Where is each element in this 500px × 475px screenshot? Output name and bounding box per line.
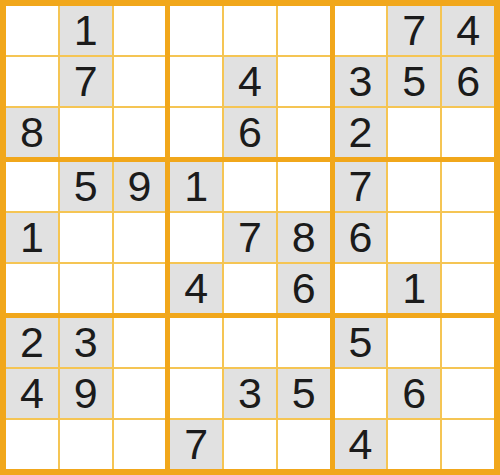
cell-r6c6[interactable]: 6 — [278, 264, 330, 313]
cell-r9c3[interactable] — [114, 420, 166, 469]
cell-r8c8[interactable]: 6 — [388, 369, 440, 418]
cell-r8c3[interactable] — [114, 369, 166, 418]
cell-r9c1[interactable] — [6, 420, 58, 469]
cell-r1c6[interactable] — [278, 6, 330, 55]
cell-r9c8[interactable] — [388, 420, 440, 469]
box-5: 17846 — [170, 162, 329, 313]
cell-r4c6[interactable] — [278, 162, 330, 211]
cell-r6c1[interactable] — [6, 264, 58, 313]
cell-r2c9[interactable]: 6 — [442, 57, 494, 106]
cell-r3c7[interactable]: 2 — [335, 108, 387, 157]
cell-r6c5[interactable] — [224, 264, 276, 313]
cell-r5c8[interactable] — [388, 213, 440, 262]
cell-r1c9[interactable]: 4 — [442, 6, 494, 55]
cell-r5c1[interactable]: 1 — [6, 213, 58, 262]
cell-r8c5[interactable]: 3 — [224, 369, 276, 418]
cell-r7c6[interactable] — [278, 318, 330, 367]
cell-r1c3[interactable] — [114, 6, 166, 55]
cell-r9c5[interactable] — [224, 420, 276, 469]
cell-r6c8[interactable]: 1 — [388, 264, 440, 313]
cell-r4c4[interactable]: 1 — [170, 162, 222, 211]
cell-r3c3[interactable] — [114, 108, 166, 157]
cell-r9c6[interactable] — [278, 420, 330, 469]
cell-r6c2[interactable] — [60, 264, 112, 313]
cell-r2c5[interactable]: 4 — [224, 57, 276, 106]
cell-r6c9[interactable] — [442, 264, 494, 313]
cell-r4c9[interactable] — [442, 162, 494, 211]
cell-r5c9[interactable] — [442, 213, 494, 262]
cell-r1c8[interactable]: 7 — [388, 6, 440, 55]
cell-r8c6[interactable]: 5 — [278, 369, 330, 418]
cell-r4c8[interactable] — [388, 162, 440, 211]
cell-r1c5[interactable] — [224, 6, 276, 55]
cell-r4c3[interactable]: 9 — [114, 162, 166, 211]
cell-r3c5[interactable]: 6 — [224, 108, 276, 157]
cell-r1c2[interactable]: 1 — [60, 6, 112, 55]
cell-r9c7[interactable]: 4 — [335, 420, 387, 469]
box-1: 178 — [6, 6, 165, 157]
cell-r2c4[interactable] — [170, 57, 222, 106]
cell-r8c2[interactable]: 9 — [60, 369, 112, 418]
cell-r9c4[interactable]: 7 — [170, 420, 222, 469]
cell-r5c5[interactable]: 7 — [224, 213, 276, 262]
cell-r6c4[interactable]: 4 — [170, 264, 222, 313]
cell-r7c5[interactable] — [224, 318, 276, 367]
cell-r6c7[interactable] — [335, 264, 387, 313]
box-8: 357 — [170, 318, 329, 469]
cell-r3c8[interactable] — [388, 108, 440, 157]
cell-r8c1[interactable]: 4 — [6, 369, 58, 418]
cell-r8c7[interactable] — [335, 369, 387, 418]
cell-r7c4[interactable] — [170, 318, 222, 367]
cell-r1c7[interactable] — [335, 6, 387, 55]
cell-r7c2[interactable]: 3 — [60, 318, 112, 367]
cell-r5c7[interactable]: 6 — [335, 213, 387, 262]
cell-r3c1[interactable]: 8 — [6, 108, 58, 157]
box-4: 591 — [6, 162, 165, 313]
cell-r3c9[interactable] — [442, 108, 494, 157]
cell-r1c4[interactable] — [170, 6, 222, 55]
box-9: 564 — [335, 318, 494, 469]
box-7: 2349 — [6, 318, 165, 469]
cell-r5c6[interactable]: 8 — [278, 213, 330, 262]
cell-r7c3[interactable] — [114, 318, 166, 367]
cell-r7c7[interactable]: 5 — [335, 318, 387, 367]
cell-r9c9[interactable] — [442, 420, 494, 469]
cell-r8c9[interactable] — [442, 369, 494, 418]
cell-r1c1[interactable] — [6, 6, 58, 55]
cell-r5c3[interactable] — [114, 213, 166, 262]
cell-r9c2[interactable] — [60, 420, 112, 469]
cell-r5c4[interactable] — [170, 213, 222, 262]
cell-r2c7[interactable]: 3 — [335, 57, 387, 106]
cell-r7c1[interactable]: 2 — [6, 318, 58, 367]
cell-r4c5[interactable] — [224, 162, 276, 211]
cell-r3c2[interactable] — [60, 108, 112, 157]
cell-r6c3[interactable] — [114, 264, 166, 313]
cell-r3c6[interactable] — [278, 108, 330, 157]
sudoku-board: 17846743562591178467612349357564 — [0, 0, 500, 475]
cell-r2c3[interactable] — [114, 57, 166, 106]
cell-r2c8[interactable]: 5 — [388, 57, 440, 106]
box-6: 761 — [335, 162, 494, 313]
cell-r2c6[interactable] — [278, 57, 330, 106]
cell-r7c9[interactable] — [442, 318, 494, 367]
cell-r4c7[interactable]: 7 — [335, 162, 387, 211]
cell-r3c4[interactable] — [170, 108, 222, 157]
cell-r4c2[interactable]: 5 — [60, 162, 112, 211]
box-2: 46 — [170, 6, 329, 157]
cell-r5c2[interactable] — [60, 213, 112, 262]
cell-r2c2[interactable]: 7 — [60, 57, 112, 106]
cell-r8c4[interactable] — [170, 369, 222, 418]
box-3: 743562 — [335, 6, 494, 157]
cell-r2c1[interactable] — [6, 57, 58, 106]
cell-r7c8[interactable] — [388, 318, 440, 367]
cell-r4c1[interactable] — [6, 162, 58, 211]
